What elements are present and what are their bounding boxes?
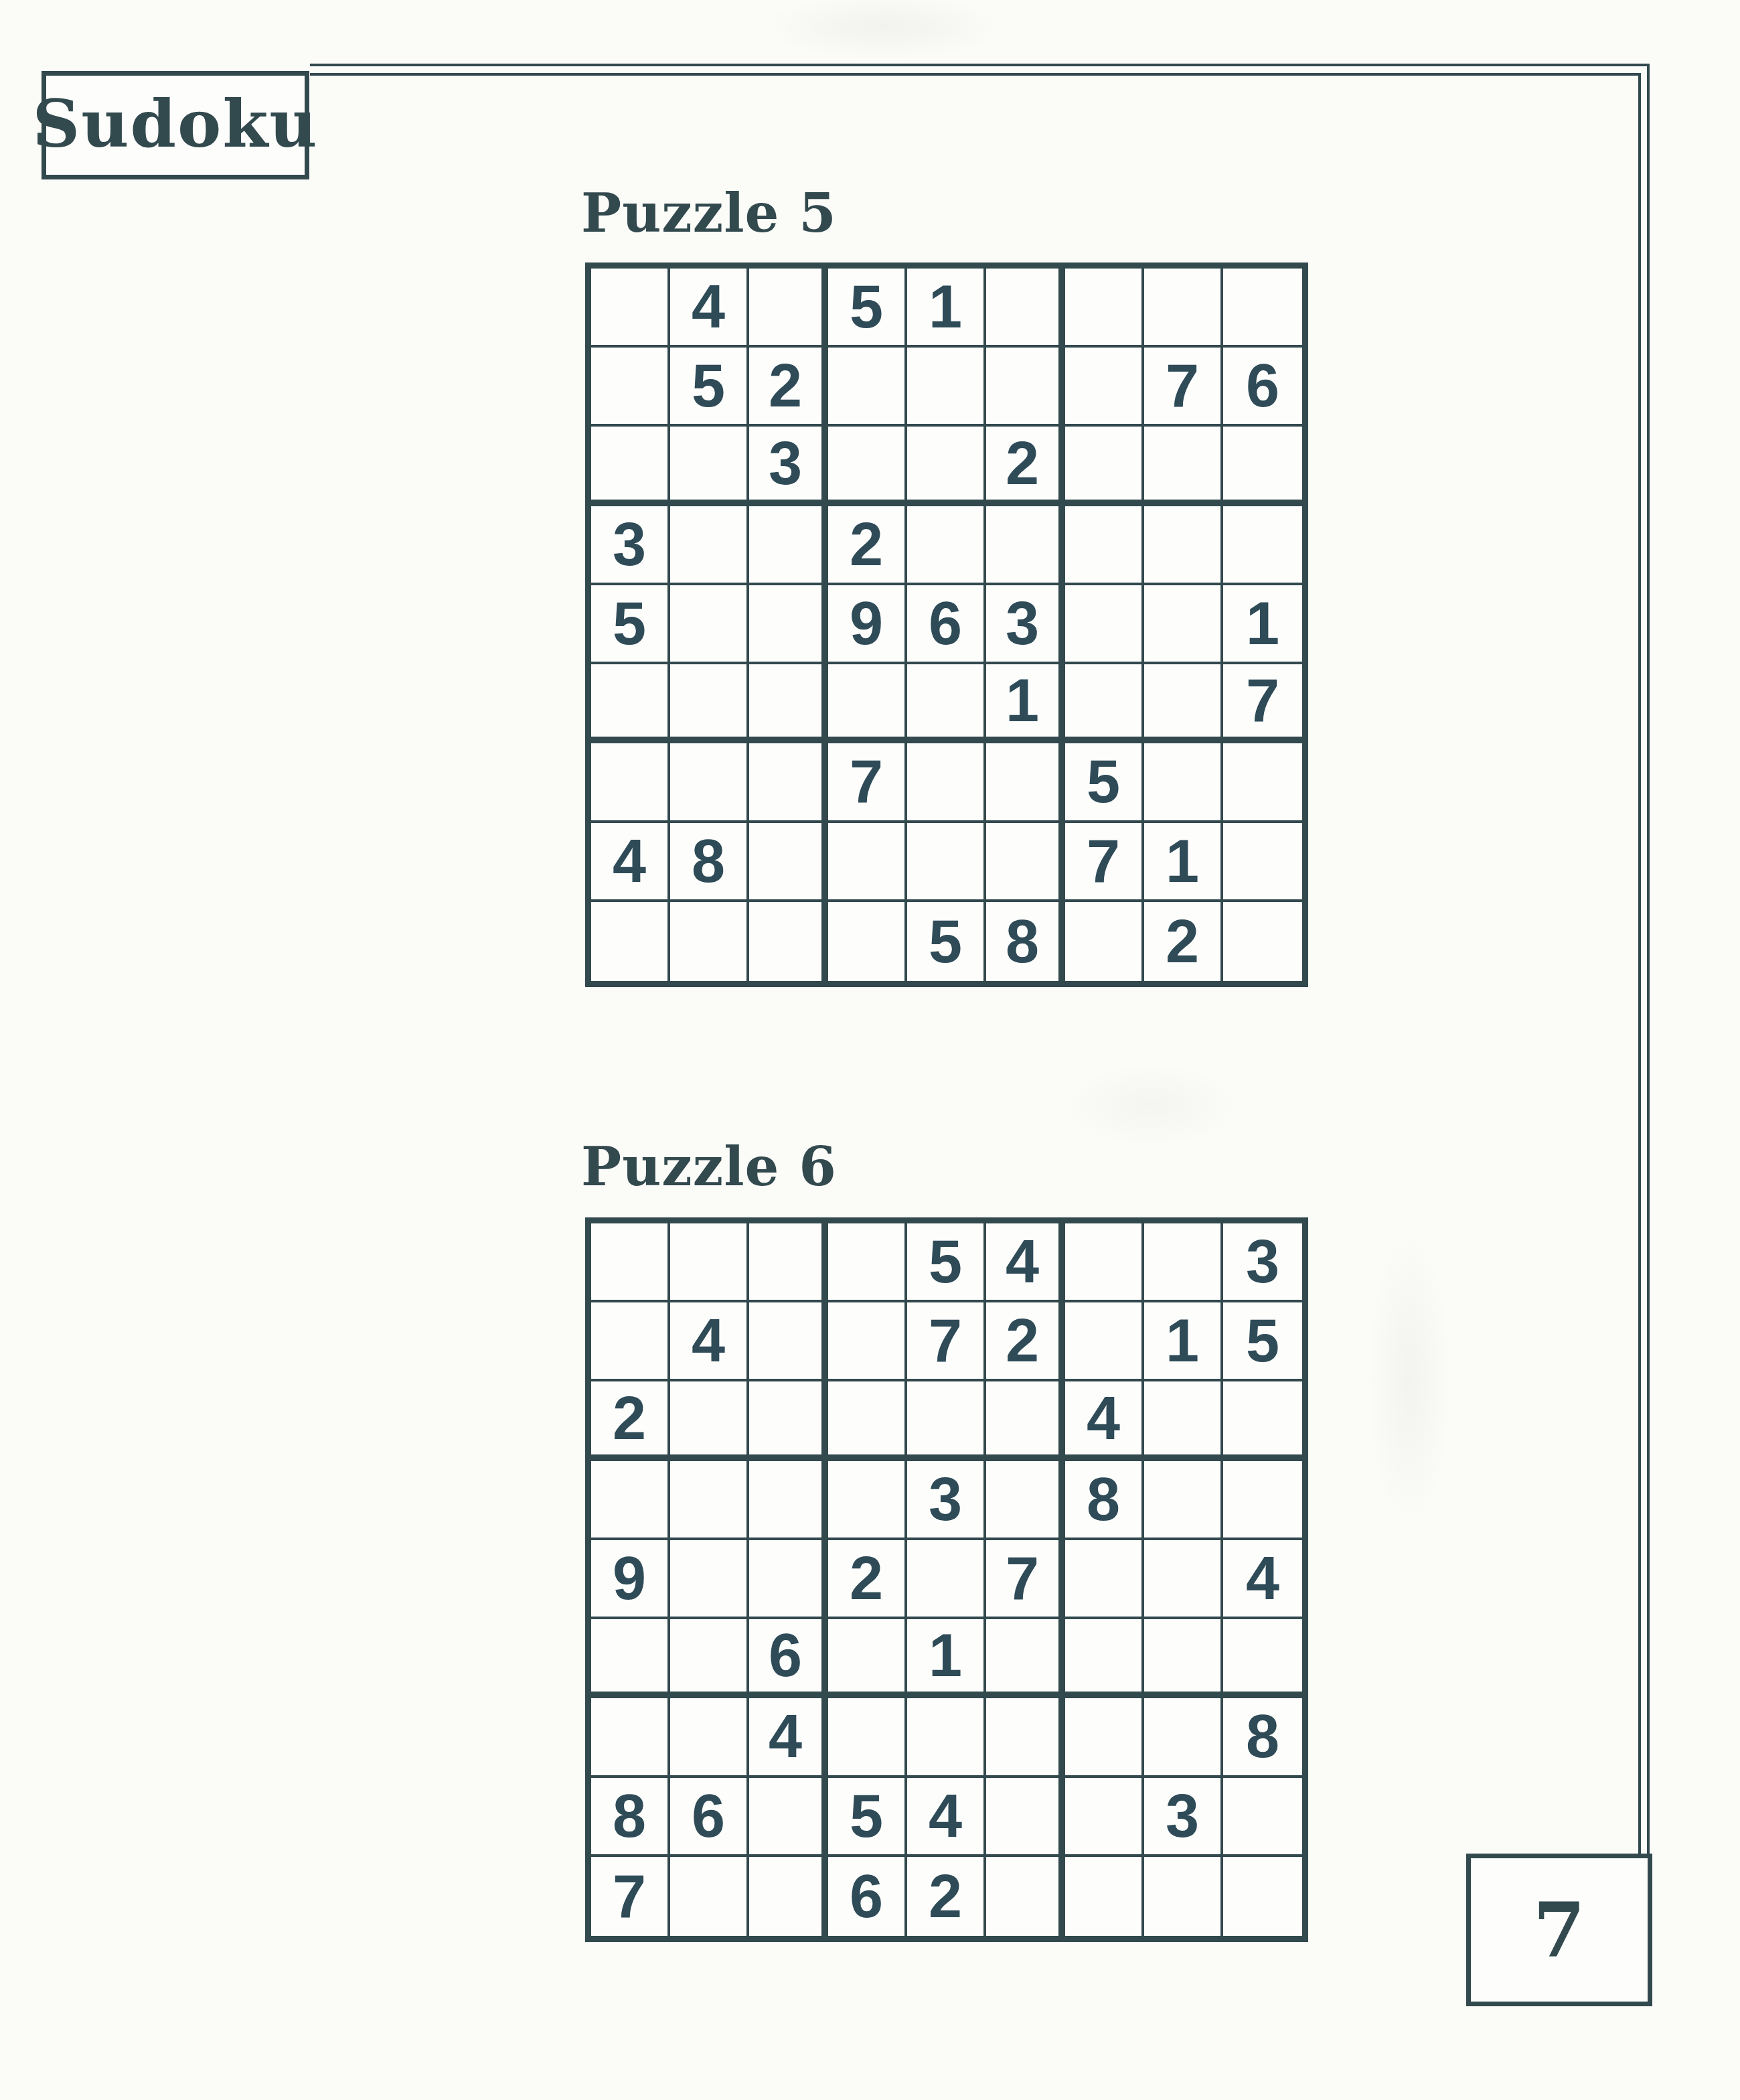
sudoku-cell-r1c9: 3 [1223,1223,1302,1302]
sudoku-cell-r5c6: 3 [986,585,1065,664]
sudoku-cell-r8c7 [1065,1778,1144,1857]
sudoku-cell-r5c7 [1065,1540,1144,1619]
sudoku-cell-r7c9 [1223,743,1302,822]
sudoku-cell-r4c7: 8 [1065,1461,1144,1540]
sudoku-cell-r8c4: 5 [828,1778,907,1857]
sudoku-cell-r5c5: 6 [907,585,986,664]
sudoku-cell-r9c2 [670,1857,749,1936]
sudoku-cell-r4c5 [907,506,986,585]
sudoku-cell-r1c1 [591,269,670,348]
page-frame-right-inner-rule [1638,73,1641,1856]
sudoku-cell-r3c4 [828,427,907,506]
sudoku-cell-r4c2 [670,506,749,585]
sudoku-cell-r6c8 [1144,664,1223,743]
sudoku-cell-r5c4: 9 [828,585,907,664]
sudoku-cell-r7c3 [749,743,828,822]
sudoku-cell-r6c4 [828,1619,907,1698]
sudoku-cell-r1c1 [591,1223,670,1302]
sudoku-cell-r7c4 [828,1698,907,1777]
sudoku-cell-r2c9: 6 [1223,348,1302,427]
sudoku-cell-r1c2 [670,1223,749,1302]
sudoku-cell-r1c8 [1144,1223,1223,1302]
sudoku-cell-r8c6 [986,823,1065,902]
sudoku-cell-r8c2: 6 [670,1778,749,1857]
sudoku-cell-r3c7: 4 [1065,1381,1144,1460]
sudoku-cell-r9c3 [749,902,828,981]
sudoku-cell-r9c4: 6 [828,1857,907,1936]
sudoku-cell-r5c6: 7 [986,1540,1065,1619]
sudoku-cell-r2c3: 2 [749,348,828,427]
sudoku-cell-r3c6: 2 [986,427,1065,506]
sudoku-cell-r3c3: 3 [749,427,828,506]
sudoku-cell-r9c1 [591,902,670,981]
page-frame-top-inner-rule [310,73,1641,76]
sudoku-cell-r4c9 [1223,506,1302,585]
sudoku-cell-r5c8 [1144,1540,1223,1619]
sudoku-cell-r1c9 [1223,269,1302,348]
sudoku-cell-r7c3: 4 [749,1698,828,1777]
sudoku-cell-r7c5 [907,743,986,822]
puzzle-6-label: Puzzle 6 [581,1140,837,1193]
sudoku-cell-r7c8 [1144,1698,1223,1777]
sudoku-cell-r2c8: 1 [1144,1302,1223,1381]
sudoku-cell-r5c3 [749,1540,828,1619]
sudoku-cell-r3c2 [670,427,749,506]
sudoku-cell-r1c6 [986,269,1065,348]
sudoku-cell-r4c3 [749,506,828,585]
sudoku-cell-r8c1: 8 [591,1778,670,1857]
sudoku-cell-r5c1: 9 [591,1540,670,1619]
sudoku-cell-r3c4 [828,1381,907,1460]
sudoku-cell-r5c3 [749,585,828,664]
sudoku-cell-r3c1: 2 [591,1381,670,1460]
sudoku-cell-r2c8: 7 [1144,348,1223,427]
sudoku-cell-r4c1 [591,1461,670,1540]
sudoku-cell-r8c8: 3 [1144,1778,1223,1857]
sudoku-cell-r6c9: 7 [1223,664,1302,743]
sudoku-cell-r9c9 [1223,902,1302,981]
sudoku-cell-r4c7 [1065,506,1144,585]
sudoku-cell-r9c1: 7 [591,1857,670,1936]
sudoku-cell-r2c9: 5 [1223,1302,1302,1381]
sudoku-cell-r5c4: 2 [828,1540,907,1619]
sudoku-cell-r7c4: 7 [828,743,907,822]
sudoku-cell-r6c7 [1065,1619,1144,1698]
sudoku-cell-r9c5: 5 [907,902,986,981]
sudoku-cell-r5c9: 4 [1223,1540,1302,1619]
sudoku-cell-r5c1: 5 [591,585,670,664]
sudoku-cell-r3c9 [1223,1381,1302,1460]
sudoku-cell-r1c6: 4 [986,1223,1065,1302]
sudoku-cell-r2c7 [1065,1302,1144,1381]
sudoku-cell-r4c8 [1144,1461,1223,1540]
sudoku-cell-r6c3 [749,664,828,743]
sudoku-cell-r6c1 [591,1619,670,1698]
sudoku-cell-r3c5 [907,427,986,506]
sudoku-cell-r2c4 [828,1302,907,1381]
sudoku-cell-r3c5 [907,1381,986,1460]
sudoku-cell-r8c5: 4 [907,1778,986,1857]
sudoku-cell-r3c6 [986,1381,1065,1460]
sudoku-cell-r2c6 [986,348,1065,427]
sudoku-cell-r9c6: 8 [986,902,1065,981]
page-frame-right-outer-rule [1647,64,1650,1856]
sudoku-cell-r2c2: 5 [670,348,749,427]
puzzle-5-label: Puzzle 5 [581,186,837,240]
sudoku-cell-r7c1 [591,743,670,822]
sudoku-cell-r8c5 [907,823,986,902]
sudoku-cell-r4c1: 3 [591,506,670,585]
sudoku-cell-r8c3 [749,1778,828,1857]
sudoku-cell-r4c2 [670,1461,749,1540]
sudoku-cell-r9c7 [1065,1857,1144,1936]
sudoku-cell-r6c6 [986,1619,1065,1698]
sudoku-cell-r7c7: 5 [1065,743,1144,822]
sudoku-cell-r6c6: 1 [986,664,1065,743]
sudoku-cell-r6c4 [828,664,907,743]
sudoku-cell-r9c5: 2 [907,1857,986,1936]
sudoku-cell-r3c8 [1144,427,1223,506]
sudoku-cell-r6c2 [670,1619,749,1698]
sudoku-cell-r2c1 [591,1302,670,1381]
sudoku-cell-r4c6 [986,506,1065,585]
sudoku-cell-r4c6 [986,1461,1065,1540]
sudoku-cell-r1c5: 1 [907,269,986,348]
sudoku-cell-r5c5 [907,1540,986,1619]
sudoku-cell-r2c4 [828,348,907,427]
sudoku-cell-r9c8 [1144,1857,1223,1936]
sudoku-grid-puzzle-6: 5434721524389274614886543762 [585,1217,1308,1942]
sudoku-cell-r9c6 [986,1857,1065,1936]
section-title: Sudoku [32,91,318,157]
sudoku-cell-r9c4 [828,902,907,981]
sudoku-cell-r5c2 [670,1540,749,1619]
sudoku-cell-r4c8 [1144,506,1223,585]
sudoku-cell-r2c7 [1065,348,1144,427]
sudoku-cell-r1c5: 5 [907,1223,986,1302]
sudoku-cell-r6c5 [907,664,986,743]
sudoku-cell-r1c4 [828,1223,907,1302]
page-number-box: 7 [1466,1854,1652,2006]
sudoku-cell-r6c1 [591,664,670,743]
sudoku-cell-r1c8 [1144,269,1223,348]
sudoku-cell-r1c7 [1065,269,1144,348]
sudoku-cell-r3c3 [749,1381,828,1460]
sudoku-cell-r1c7 [1065,1223,1144,1302]
sudoku-cell-r9c2 [670,902,749,981]
sudoku-cell-r3c9 [1223,427,1302,506]
section-title-box: Sudoku [42,71,309,179]
scanned-sudoku-page: Sudoku Puzzle 5 451527632325963117754871… [0,0,1740,2100]
sudoku-cell-r7c2 [670,743,749,822]
sudoku-cell-r8c8: 1 [1144,823,1223,902]
sudoku-cell-r5c9: 1 [1223,585,1302,664]
sudoku-cell-r7c6 [986,743,1065,822]
sudoku-cell-r3c8 [1144,1381,1223,1460]
sudoku-cell-r7c8 [1144,743,1223,822]
sudoku-grid-puzzle-5: 451527632325963117754871582 [585,262,1308,987]
sudoku-cell-r7c9: 8 [1223,1698,1302,1777]
sudoku-cell-r6c8 [1144,1619,1223,1698]
sudoku-cell-r8c6 [986,1778,1065,1857]
sudoku-cell-r5c2 [670,585,749,664]
page-number: 7 [1533,1892,1585,1967]
sudoku-cell-r8c9 [1223,823,1302,902]
page-frame-top-outer-rule [310,64,1650,66]
sudoku-cell-r1c2: 4 [670,269,749,348]
sudoku-cell-r9c7 [1065,902,1144,981]
sudoku-cell-r4c5: 3 [907,1461,986,1540]
sudoku-cell-r9c3 [749,1857,828,1936]
sudoku-cell-r8c2: 8 [670,823,749,902]
sudoku-cell-r2c6: 2 [986,1302,1065,1381]
sudoku-cell-r2c2: 4 [670,1302,749,1381]
sudoku-cell-r4c4 [828,1461,907,1540]
sudoku-cell-r8c4 [828,823,907,902]
sudoku-cell-r9c8: 2 [1144,902,1223,981]
sudoku-cell-r2c5: 7 [907,1302,986,1381]
sudoku-cell-r1c3 [749,1223,828,1302]
sudoku-cell-r1c4: 5 [828,269,907,348]
sudoku-cell-r2c3 [749,1302,828,1381]
sudoku-cell-r6c5: 1 [907,1619,986,1698]
sudoku-cell-r5c8 [1144,585,1223,664]
sudoku-cell-r2c5 [907,348,986,427]
sudoku-cell-r6c2 [670,664,749,743]
sudoku-cell-r3c1 [591,427,670,506]
sudoku-cell-r4c3 [749,1461,828,1540]
sudoku-cell-r7c2 [670,1698,749,1777]
sudoku-cell-r8c3 [749,823,828,902]
sudoku-cell-r4c4: 2 [828,506,907,585]
sudoku-cell-r6c7 [1065,664,1144,743]
sudoku-cell-r3c2 [670,1381,749,1460]
sudoku-cell-r8c9 [1223,1778,1302,1857]
sudoku-cell-r9c9 [1223,1857,1302,1936]
sudoku-cell-r2c1 [591,348,670,427]
sudoku-cell-r7c5 [907,1698,986,1777]
sudoku-cell-r6c9 [1223,1619,1302,1698]
sudoku-cell-r7c1 [591,1698,670,1777]
sudoku-cell-r8c7: 7 [1065,823,1144,902]
sudoku-cell-r8c1: 4 [591,823,670,902]
sudoku-cell-r1c3 [749,269,828,348]
sudoku-cell-r3c7 [1065,427,1144,506]
sudoku-cell-r7c7 [1065,1698,1144,1777]
sudoku-cell-r4c9 [1223,1461,1302,1540]
sudoku-cell-r7c6 [986,1698,1065,1777]
sudoku-cell-r6c3: 6 [749,1619,828,1698]
sudoku-cell-r5c7 [1065,585,1144,664]
